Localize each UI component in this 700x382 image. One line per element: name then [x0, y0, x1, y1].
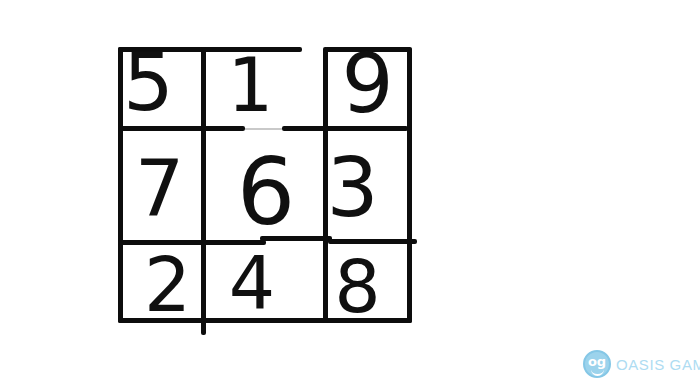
digit: 1 — [226, 48, 271, 123]
digit: 2 — [144, 248, 191, 322]
og-monogram: og — [588, 355, 606, 368]
digit: 6 — [237, 147, 296, 239]
cell-r3c1: 2 — [120, 240, 203, 319]
oasis-games-watermark: og OASIS GAMES — [583, 350, 700, 378]
digit: 9 — [341, 43, 393, 125]
cell-r3c3: 8 — [325, 240, 410, 319]
digit: 3 — [326, 147, 378, 229]
cell-r2c2: 6 — [203, 128, 325, 240]
cell-r1c2: 1 — [203, 49, 325, 128]
board: 5 1 9 7 6 3 2 4 8 — [120, 49, 410, 319]
cell-r2c3: 3 — [325, 128, 410, 240]
cell-r3c2: 4 — [203, 240, 325, 319]
cell-r1c3: 9 — [325, 49, 410, 128]
smile-icon — [591, 368, 604, 376]
cell-r1c1: 5 — [120, 49, 203, 128]
digit: 4 — [229, 247, 275, 320]
worksheet-canvas: 5 1 9 7 6 3 2 4 8 og OASIS GAMES — [0, 0, 700, 382]
digit: 8 — [334, 250, 380, 323]
digit: 5 — [123, 43, 174, 123]
oasis-games-label: OASIS GAMES — [616, 356, 700, 373]
digit: 7 — [135, 150, 185, 228]
cell-r2c1: 7 — [120, 128, 203, 240]
oasis-games-logo-icon: og — [583, 350, 611, 378]
